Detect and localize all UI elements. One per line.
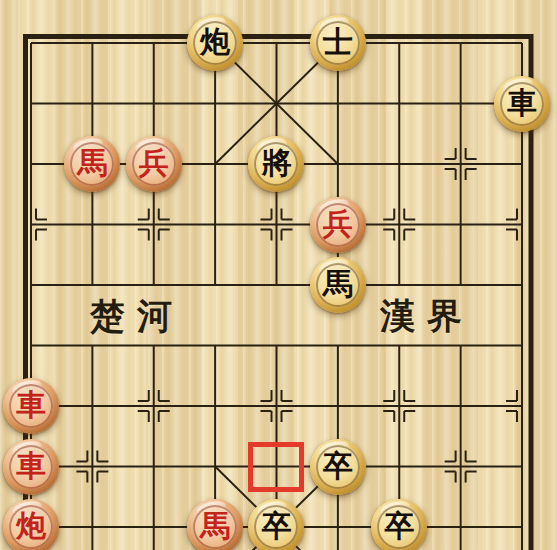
black-piece-face: 將 <box>254 142 298 186</box>
red-piece-face: 馬 <box>193 505 237 549</box>
red-soldier-glyph: 兵 <box>323 209 353 239</box>
piece-black-general[interactable]: 將 <box>248 136 304 192</box>
board-grid[interactable]: 炮士車馬兵將兵馬車車卒炮馬卒卒 <box>0 13 552 550</box>
red-piece-face: 車 <box>9 384 53 428</box>
piece-black-advisor[interactable]: 士 <box>310 15 366 71</box>
red-chariot-glyph: 車 <box>16 451 46 481</box>
black-piece-face: 卒 <box>316 445 360 489</box>
piece-red-horse[interactable]: 馬 <box>64 136 120 192</box>
piece-black-soldier[interactable]: 卒 <box>248 499 304 550</box>
last-move-marker <box>248 442 304 492</box>
red-piece-face: 兵 <box>316 203 360 247</box>
black-horse-glyph: 馬 <box>323 269 353 299</box>
red-piece-face: 車 <box>9 445 53 489</box>
red-soldier-glyph: 兵 <box>139 148 169 178</box>
black-soldier-glyph: 卒 <box>384 511 414 541</box>
piece-black-soldier[interactable]: 卒 <box>310 439 366 495</box>
red-piece-face: 炮 <box>9 505 53 549</box>
black-piece-face: 炮 <box>193 21 237 65</box>
piece-red-chariot[interactable]: 車 <box>3 378 59 434</box>
piece-black-cannon[interactable]: 炮 <box>187 15 243 71</box>
black-piece-face: 車 <box>500 82 544 126</box>
red-horse-glyph: 馬 <box>200 511 230 541</box>
black-piece-face: 卒 <box>377 505 421 549</box>
piece-red-horse[interactable]: 馬 <box>187 499 243 550</box>
black-piece-face: 馬 <box>316 263 360 307</box>
red-piece-face: 兵 <box>132 142 176 186</box>
piece-black-horse[interactable]: 馬 <box>310 257 366 313</box>
black-soldier-glyph: 卒 <box>261 511 291 541</box>
black-cannon-glyph: 炮 <box>200 27 230 57</box>
black-piece-face: 士 <box>316 21 360 65</box>
red-horse-glyph: 馬 <box>77 148 107 178</box>
red-piece-face: 馬 <box>70 142 114 186</box>
piece-black-soldier[interactable]: 卒 <box>371 499 427 550</box>
piece-red-soldier[interactable]: 兵 <box>126 136 182 192</box>
black-general-glyph: 將 <box>261 148 291 178</box>
piece-red-chariot[interactable]: 車 <box>3 439 59 495</box>
piece-red-soldier[interactable]: 兵 <box>310 197 366 253</box>
black-soldier-glyph: 卒 <box>323 451 353 481</box>
piece-black-chariot[interactable]: 車 <box>494 76 550 132</box>
black-advisor-glyph: 士 <box>323 27 353 57</box>
red-cannon-glyph: 炮 <box>16 511 46 541</box>
black-chariot-glyph: 車 <box>507 88 537 118</box>
black-piece-face: 卒 <box>254 505 298 549</box>
red-chariot-glyph: 車 <box>16 390 46 420</box>
piece-red-cannon[interactable]: 炮 <box>3 499 59 550</box>
xiangqi-board-screen: 楚河 漢界 炮士車馬兵將兵馬車車卒炮馬卒卒 <box>0 0 557 550</box>
